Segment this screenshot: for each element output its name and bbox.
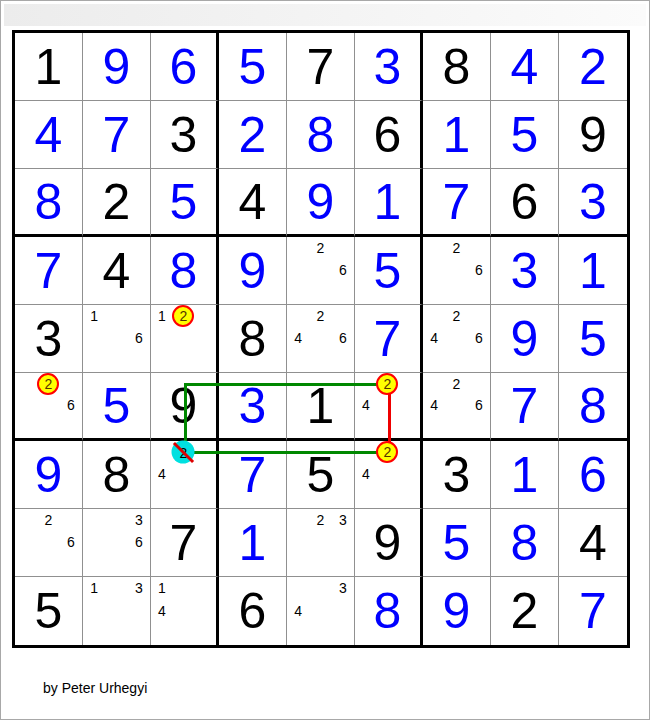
solved-digit: 7: [374, 314, 402, 364]
solved-digit: 6: [579, 450, 607, 500]
given-digit: 6: [374, 110, 402, 160]
solved-digit: 5: [511, 110, 539, 160]
given-digit: 9: [170, 381, 198, 431]
candidate-digit: 6: [60, 395, 82, 417]
solved-digit: 7: [103, 110, 131, 160]
candidate-digit: 1: [151, 577, 173, 600]
solved-digit: 1: [511, 450, 539, 500]
solved-digit: 3: [374, 42, 402, 92]
solved-digit: 3: [239, 381, 267, 431]
cell-r8c5[interactable]: 23: [287, 509, 355, 577]
candidate-digit: 3: [332, 577, 354, 600]
cell-r3c3[interactable]: 5: [151, 169, 219, 237]
given-digit: 1: [307, 381, 335, 431]
solved-digit: 5: [239, 42, 267, 92]
cell-r2c8[interactable]: 5: [491, 101, 559, 169]
cell-r2c6[interactable]: 6: [355, 101, 423, 169]
given-digit: 4: [239, 177, 267, 227]
given-digit: 2: [511, 586, 539, 636]
app-window: 1965738424732861598254917637489265263131…: [0, 0, 650, 720]
candidate-digit: 6: [332, 327, 354, 349]
cell-r8c7[interactable]: 5: [423, 509, 491, 577]
cell-r3c6[interactable]: 1: [355, 169, 423, 237]
pencil-marks: 246: [287, 305, 354, 372]
cell-r5c6[interactable]: 7: [355, 305, 423, 373]
cell-r3c9[interactable]: 3: [559, 169, 627, 237]
given-digit: 3: [35, 314, 63, 364]
cell-r2c2[interactable]: 7: [83, 101, 151, 169]
given-digit: 8: [443, 42, 471, 92]
pencil-marks: 36: [83, 509, 150, 576]
solved-digit: 9: [103, 42, 131, 92]
solved-digit: 7: [35, 246, 63, 296]
solved-digit: 6: [170, 42, 198, 92]
candidate-digit: 3: [128, 577, 150, 600]
pencil-marks: 246: [423, 305, 490, 372]
solved-digit: 5: [374, 246, 402, 296]
solved-digit: 8: [35, 177, 63, 227]
cell-r5c1[interactable]: 3: [15, 305, 83, 373]
cell-r4c6[interactable]: 5: [355, 237, 423, 305]
candidate-digit: 3: [128, 509, 150, 531]
cell-r2c9[interactable]: 9: [559, 101, 627, 169]
cell-r2c1[interactable]: 4: [15, 101, 83, 169]
cell-r1c7[interactable]: 8: [423, 33, 491, 101]
solved-digit: 3: [511, 246, 539, 296]
solved-digit: 9: [307, 177, 335, 227]
cell-r9c3[interactable]: 14: [151, 577, 219, 645]
cell-r9c5[interactable]: 34: [287, 577, 355, 645]
cell-r7c9[interactable]: 6: [559, 441, 627, 509]
cell-r8c3[interactable]: 7: [151, 509, 219, 577]
candidate-digit: 1: [151, 305, 173, 327]
cell-r6c6[interactable]: 24: [355, 373, 423, 441]
solved-digit: 7: [239, 450, 267, 500]
cell-r1c4[interactable]: 5: [219, 33, 287, 101]
cell-r8c9[interactable]: 4: [559, 509, 627, 577]
cell-r3c1[interactable]: 8: [15, 169, 83, 237]
candidate-digit: 4: [355, 463, 377, 485]
given-digit: 2: [103, 177, 131, 227]
cell-r1c9[interactable]: 2: [559, 33, 627, 101]
solved-digit: 8: [374, 586, 402, 636]
cell-r8c8[interactable]: 8: [491, 509, 559, 577]
cell-r9c8[interactable]: 2: [491, 577, 559, 645]
pencil-marks: 26: [15, 509, 82, 576]
candidate-digit: 6: [60, 531, 82, 553]
solved-digit: 1: [579, 246, 607, 296]
given-digit: 4: [103, 246, 131, 296]
cell-r5c3[interactable]: 12: [151, 305, 219, 373]
cell-r8c2[interactable]: 36: [83, 509, 151, 577]
given-digit: 5: [35, 586, 63, 636]
candidate-digit: 4: [151, 463, 173, 485]
cell-r7c1[interactable]: 9: [15, 441, 83, 509]
solved-digit: 9: [239, 246, 267, 296]
candidate-digit: 4: [151, 600, 173, 623]
credit-text: by Peter Urhegyi: [43, 680, 147, 696]
solved-digit: 2: [239, 110, 267, 160]
cell-r8c1[interactable]: 26: [15, 509, 83, 577]
cell-r9c2[interactable]: 13: [83, 577, 151, 645]
cell-r6c5[interactable]: 1: [287, 373, 355, 441]
cell-r6c3[interactable]: 9: [151, 373, 219, 441]
cell-r3c2[interactable]: 2: [83, 169, 151, 237]
given-digit: 9: [374, 518, 402, 568]
cell-r4c3[interactable]: 8: [151, 237, 219, 305]
candidate-digit: 4: [423, 395, 445, 417]
cell-r1c3[interactable]: 6: [151, 33, 219, 101]
chain-node-candidate: 2: [172, 305, 194, 327]
cell-r3c5[interactable]: 9: [287, 169, 355, 237]
solved-digit: 7: [511, 381, 539, 431]
cell-r8c4[interactable]: 1: [219, 509, 287, 577]
cell-r7c4[interactable]: 7: [219, 441, 287, 509]
cell-r9c9[interactable]: 7: [559, 577, 627, 645]
cell-r7c2[interactable]: 8: [83, 441, 151, 509]
candidate-digit: 3: [332, 509, 354, 531]
pencil-marks: 23: [287, 509, 354, 576]
solved-digit: 8: [307, 110, 335, 160]
solved-digit: 4: [511, 42, 539, 92]
solved-digit: 8: [511, 518, 539, 568]
cell-r5c5[interactable]: 246: [287, 305, 355, 373]
pencil-marks: 16: [83, 305, 150, 372]
given-digit: 8: [103, 450, 131, 500]
sudoku-board: 1965738424732861598254917637489265263131…: [12, 30, 630, 648]
solved-digit: 1: [239, 518, 267, 568]
pencil-marks: 26: [423, 237, 490, 304]
cell-r6c8[interactable]: 7: [491, 373, 559, 441]
cell-r7c3[interactable]: 24: [151, 441, 219, 509]
pencil-marks: 12: [151, 305, 216, 372]
cell-r1c2[interactable]: 9: [83, 33, 151, 101]
candidate-digit: 2: [445, 305, 467, 327]
given-digit: 4: [579, 518, 607, 568]
candidate-digit: 6: [468, 327, 490, 349]
title-bar: [4, 4, 646, 26]
solved-digit: 7: [443, 177, 471, 227]
solved-digit: 5: [443, 518, 471, 568]
cell-r7c8[interactable]: 1: [491, 441, 559, 509]
candidate-digit: 4: [423, 327, 445, 349]
candidate-digit: 2: [445, 373, 467, 395]
candidate-digit: 4: [287, 327, 309, 349]
cell-r3c7[interactable]: 7: [423, 169, 491, 237]
cell-r8c6[interactable]: 9: [355, 509, 423, 577]
cell-r1c1[interactable]: 1: [15, 33, 83, 101]
cell-r2c3[interactable]: 3: [151, 101, 219, 169]
cell-r5c9[interactable]: 5: [559, 305, 627, 373]
pencil-marks: 24: [355, 441, 420, 508]
cell-r2c4[interactable]: 2: [219, 101, 287, 169]
candidate-digit: 2: [37, 509, 59, 531]
candidate-digit: 1: [83, 577, 105, 600]
cell-r6c9[interactable]: 8: [559, 373, 627, 441]
candidate-digit: 6: [468, 259, 490, 281]
cell-r6c7[interactable]: 246: [423, 373, 491, 441]
chain-node-candidate: 2: [376, 373, 398, 395]
cell-r4c2[interactable]: 4: [83, 237, 151, 305]
candidate-digit: 6: [468, 395, 490, 417]
cell-r5c4[interactable]: 8: [219, 305, 287, 373]
solved-digit: 4: [35, 110, 63, 160]
cell-r6c1[interactable]: 26: [15, 373, 83, 441]
cell-r9c7[interactable]: 9: [423, 577, 491, 645]
given-digit: 3: [443, 450, 471, 500]
solved-digit: 8: [170, 246, 198, 296]
cell-r1c8[interactable]: 4: [491, 33, 559, 101]
chain-node-candidate: 2: [376, 441, 398, 463]
solved-digit: 5: [103, 381, 131, 431]
given-digit: 6: [239, 586, 267, 636]
pencil-marks: 14: [151, 577, 216, 645]
pencil-marks: 26: [15, 373, 82, 438]
cell-r5c8[interactable]: 9: [491, 305, 559, 373]
given-digit: 9: [579, 110, 607, 160]
solved-digit: 3: [579, 177, 607, 227]
given-digit: 7: [307, 42, 335, 92]
cell-r7c6[interactable]: 24: [355, 441, 423, 509]
candidate-digit: 2: [309, 305, 331, 327]
pencil-marks: 34: [287, 577, 354, 645]
solved-digit: 1: [374, 177, 402, 227]
candidate-digit: 2: [445, 237, 467, 259]
chain-node-candidate: 2: [37, 373, 59, 395]
cell-r6c2[interactable]: 5: [83, 373, 151, 441]
solved-digit: 7: [579, 586, 607, 636]
solved-digit: 1: [443, 110, 471, 160]
cell-r9c6[interactable]: 8: [355, 577, 423, 645]
solved-digit: 9: [443, 586, 471, 636]
candidate-digit: 2: [309, 237, 331, 259]
solved-digit: 8: [579, 381, 607, 431]
candidate-digit: 6: [332, 259, 354, 281]
cell-r7c5[interactable]: 5: [287, 441, 355, 509]
cell-r2c7[interactable]: 1: [423, 101, 491, 169]
cell-r4c4[interactable]: 9: [219, 237, 287, 305]
cell-r3c8[interactable]: 6: [491, 169, 559, 237]
solved-digit: 5: [170, 177, 198, 227]
cell-r1c5[interactable]: 7: [287, 33, 355, 101]
cell-r6c4[interactable]: 3: [219, 373, 287, 441]
cell-r7c7[interactable]: 3: [423, 441, 491, 509]
cell-r4c1[interactable]: 7: [15, 237, 83, 305]
cell-r3c4[interactable]: 4: [219, 169, 287, 237]
candidate-digit: 4: [287, 600, 309, 623]
solved-digit: 9: [511, 314, 539, 364]
given-digit: 6: [511, 177, 539, 227]
cell-r5c2[interactable]: 16: [83, 305, 151, 373]
pencil-marks: 24: [151, 441, 216, 508]
given-digit: 7: [170, 518, 198, 568]
cell-r4c8[interactable]: 3: [491, 237, 559, 305]
eliminated-candidate: 2: [172, 441, 195, 464]
cell-r4c7[interactable]: 26: [423, 237, 491, 305]
cell-r9c1[interactable]: 5: [15, 577, 83, 645]
candidate-digit: 1: [83, 305, 105, 327]
solved-digit: 9: [35, 450, 63, 500]
cell-r1c6[interactable]: 3: [355, 33, 423, 101]
cell-r4c5[interactable]: 26: [287, 237, 355, 305]
given-digit: 8: [239, 314, 267, 364]
given-digit: 5: [307, 450, 335, 500]
pencil-marks: 24: [355, 373, 420, 438]
cell-r4c9[interactable]: 1: [559, 237, 627, 305]
pencil-marks: 26: [287, 237, 354, 304]
candidate-digit: 2: [309, 509, 331, 531]
cell-r5c7[interactable]: 246: [423, 305, 491, 373]
cell-r2c5[interactable]: 8: [287, 101, 355, 169]
pencil-marks: 13: [83, 577, 150, 645]
pencil-marks: 246: [423, 373, 490, 438]
given-digit: 3: [170, 110, 198, 160]
candidate-digit: 6: [128, 531, 150, 553]
solved-digit: 5: [579, 314, 607, 364]
cell-r9c4[interactable]: 6: [219, 577, 287, 645]
given-digit: 1: [35, 42, 63, 92]
candidate-digit: 4: [355, 395, 377, 417]
solved-digit: 2: [579, 42, 607, 92]
candidate-digit: 6: [128, 327, 150, 349]
